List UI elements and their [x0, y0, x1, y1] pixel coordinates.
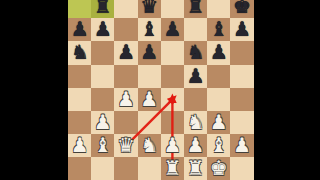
square-g3[interactable]: ♟: [207, 111, 230, 134]
square-a1[interactable]: [68, 157, 91, 180]
square-c2[interactable]: ♛: [114, 134, 137, 157]
square-e7[interactable]: ♟: [161, 18, 184, 41]
piece-black-rook-b8[interactable]: ♜: [94, 0, 112, 18]
square-f2[interactable]: ♟: [184, 134, 207, 157]
square-d2[interactable]: ♞: [138, 134, 161, 157]
square-c5[interactable]: [114, 65, 137, 88]
square-f4[interactable]: [184, 88, 207, 111]
piece-black-pawn-e7[interactable]: ♟: [163, 18, 181, 41]
square-b5[interactable]: [91, 65, 114, 88]
square-g5[interactable]: [207, 65, 230, 88]
piece-white-pawn-h2[interactable]: ♟: [233, 134, 251, 157]
square-h6[interactable]: [230, 41, 253, 64]
piece-white-pawn-c4[interactable]: ♟: [117, 88, 135, 111]
piece-black-bishop-g7[interactable]: ♝: [210, 18, 228, 41]
piece-black-knight-f6[interactable]: ♞: [187, 41, 205, 64]
square-e1[interactable]: ♜: [161, 157, 184, 180]
square-e4[interactable]: [161, 88, 184, 111]
piece-black-pawn-h7[interactable]: ♟: [233, 18, 251, 41]
square-d4[interactable]: ♟: [138, 88, 161, 111]
square-c7[interactable]: [114, 18, 137, 41]
square-g6[interactable]: ♟: [207, 41, 230, 64]
square-b6[interactable]: [91, 41, 114, 64]
square-b3[interactable]: ♟: [91, 111, 114, 134]
square-a2[interactable]: ♟: [68, 134, 91, 157]
square-h4[interactable]: [230, 88, 253, 111]
square-a7[interactable]: ♟: [68, 18, 91, 41]
square-g2[interactable]: ♝: [207, 134, 230, 157]
piece-black-pawn-g6[interactable]: ♟: [210, 41, 228, 64]
square-g1[interactable]: ♚: [207, 157, 230, 180]
piece-white-knight-f3[interactable]: ♞: [187, 111, 205, 134]
piece-white-pawn-b3[interactable]: ♟: [94, 111, 112, 134]
piece-white-pawn-d4[interactable]: ♟: [140, 88, 158, 111]
square-c6[interactable]: ♟: [114, 41, 137, 64]
square-a8[interactable]: [68, 0, 91, 18]
square-e5[interactable]: [161, 65, 184, 88]
piece-white-bishop-b2[interactable]: ♝: [94, 134, 112, 157]
piece-black-bishop-d7[interactable]: ♝: [140, 18, 158, 41]
square-f6[interactable]: ♞: [184, 41, 207, 64]
square-a6[interactable]: ♞: [68, 41, 91, 64]
square-b8[interactable]: ♜: [91, 0, 114, 18]
square-a4[interactable]: [68, 88, 91, 111]
piece-white-pawn-f2[interactable]: ♟: [187, 134, 205, 157]
piece-black-pawn-d6[interactable]: ♟: [140, 41, 158, 64]
square-e8[interactable]: [161, 0, 184, 18]
square-f1[interactable]: ♜: [184, 157, 207, 180]
square-h3[interactable]: [230, 111, 253, 134]
piece-white-pawn-a2[interactable]: ♟: [71, 134, 89, 157]
square-g4[interactable]: [207, 88, 230, 111]
square-d1[interactable]: [138, 157, 161, 180]
square-f3[interactable]: ♞: [184, 111, 207, 134]
piece-white-knight-d2[interactable]: ♞: [140, 134, 158, 157]
square-b1[interactable]: [91, 157, 114, 180]
square-g7[interactable]: ♝: [207, 18, 230, 41]
piece-white-rook-e1[interactable]: ♜: [163, 157, 181, 180]
square-h2[interactable]: ♟: [230, 134, 253, 157]
piece-white-bishop-g2[interactable]: ♝: [210, 134, 228, 157]
square-a5[interactable]: [68, 65, 91, 88]
square-d5[interactable]: [138, 65, 161, 88]
square-f5[interactable]: ♟: [184, 65, 207, 88]
square-c8[interactable]: [114, 0, 137, 18]
square-c4[interactable]: ♟: [114, 88, 137, 111]
piece-black-pawn-c6[interactable]: ♟: [117, 41, 135, 64]
square-f8[interactable]: ♜: [184, 0, 207, 18]
square-f7[interactable]: [184, 18, 207, 41]
square-c1[interactable]: [114, 157, 137, 180]
piece-black-queen-d8[interactable]: ♛: [140, 0, 158, 18]
square-d8[interactable]: ♛: [138, 0, 161, 18]
square-b2[interactable]: ♝: [91, 134, 114, 157]
square-d3[interactable]: [138, 111, 161, 134]
piece-white-pawn-e2[interactable]: ♟: [163, 134, 181, 157]
square-h1[interactable]: [230, 157, 253, 180]
piece-white-king-g1[interactable]: ♚: [210, 157, 228, 180]
piece-black-knight-a6[interactable]: ♞: [71, 41, 89, 64]
piece-white-pawn-g3[interactable]: ♟: [210, 111, 228, 134]
square-h8[interactable]: ♚: [230, 0, 253, 18]
square-a3[interactable]: [68, 111, 91, 134]
square-b7[interactable]: ♟: [91, 18, 114, 41]
square-e2[interactable]: ♟: [161, 134, 184, 157]
piece-black-pawn-a7[interactable]: ♟: [71, 18, 89, 41]
piece-black-pawn-f5[interactable]: ♟: [187, 65, 205, 88]
piece-white-queen-c2[interactable]: ♛: [117, 134, 135, 157]
piece-white-rook-f1[interactable]: ♜: [187, 157, 205, 180]
piece-black-king-h8[interactable]: ♚: [233, 0, 251, 18]
square-d7[interactable]: ♝: [138, 18, 161, 41]
chess-app-viewport: ♜♛♜♚♟♟♝♟♝♟♞♟♟♞♟♟♟♟♟♞♟♟♝♛♞♟♟♝♟♜♜♚: [0, 0, 320, 180]
square-e6[interactable]: [161, 41, 184, 64]
square-e3[interactable]: [161, 111, 184, 134]
square-h7[interactable]: ♟: [230, 18, 253, 41]
square-h5[interactable]: [230, 65, 253, 88]
square-b4[interactable]: [91, 88, 114, 111]
square-g8[interactable]: [207, 0, 230, 18]
chess-board: ♜♛♜♚♟♟♝♟♝♟♞♟♟♞♟♟♟♟♟♞♟♟♝♛♞♟♟♝♟♜♜♚: [68, 0, 254, 180]
piece-black-rook-f8[interactable]: ♜: [187, 0, 205, 18]
square-c3[interactable]: [114, 111, 137, 134]
piece-black-pawn-b7[interactable]: ♟: [94, 18, 112, 41]
square-d6[interactable]: ♟: [138, 41, 161, 64]
